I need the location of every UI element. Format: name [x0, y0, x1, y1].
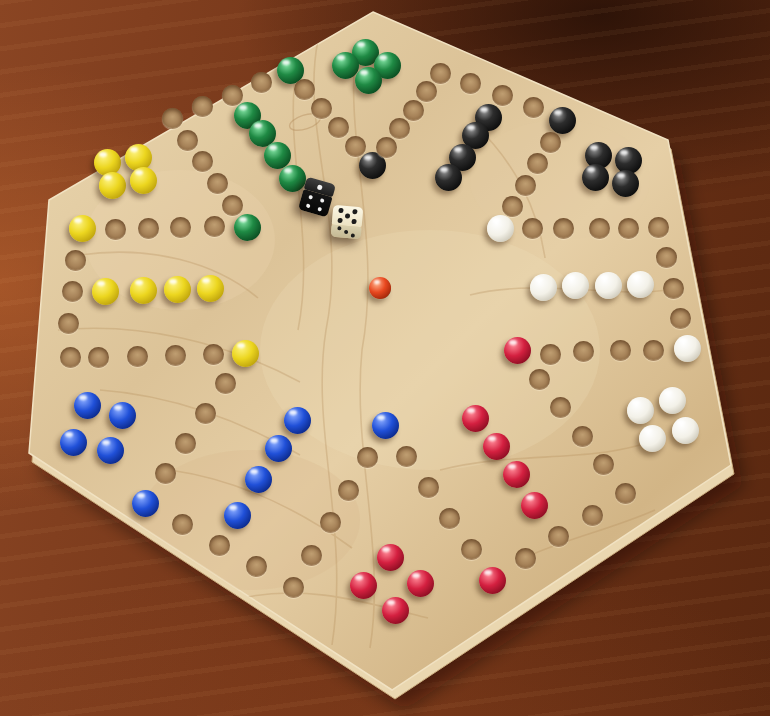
marble-blue-red-spike-apex[interactable]: [372, 412, 399, 439]
hole-blue-spike-a-4[interactable]: [155, 463, 176, 484]
marble-white-white-start-2[interactable]: [659, 387, 686, 414]
marble-yellow-yellow-start-4[interactable]: [130, 167, 157, 194]
marble-white-white-start-3[interactable]: [639, 425, 666, 452]
marble-yellow-yellow-start-2[interactable]: [125, 144, 152, 171]
marble-red-red-start-3[interactable]: [407, 570, 434, 597]
marble-red-red-start-2[interactable]: [350, 572, 377, 599]
hole-blue-spike-b-3[interactable]: [127, 346, 148, 367]
hole-yellow-edge-3[interactable]: [62, 281, 83, 302]
die-pip: [337, 227, 341, 231]
marble-red-red-start-1[interactable]: [377, 544, 404, 571]
hole-blue-spike-a-3[interactable]: [175, 433, 196, 454]
hole-yellow-spike-b-1[interactable]: [204, 216, 225, 237]
hole-red-spike-a-2[interactable]: [439, 508, 460, 529]
marble-black-black-start-4[interactable]: [612, 170, 639, 197]
hole-white-spike-a-1[interactable]: [643, 340, 664, 361]
die-pip: [320, 198, 325, 203]
marble-blue-blue-home-1[interactable]: [224, 502, 251, 529]
hole-white-spike-a-2[interactable]: [610, 340, 631, 361]
hole-white-spike-b-4[interactable]: [593, 454, 614, 475]
hole-white-spike-b-3[interactable]: [572, 426, 593, 447]
hole-yellow-spike-a-3[interactable]: [207, 173, 228, 194]
marble-red-red-edge-1[interactable]: [479, 567, 506, 594]
hole-black-spike-b-1[interactable]: [522, 218, 543, 239]
hole-black-edge-2[interactable]: [460, 73, 481, 94]
marble-white-white-edge-5[interactable]: [674, 335, 701, 362]
hole-black-spike-b-4[interactable]: [618, 218, 639, 239]
marble-white-white-start-4[interactable]: [672, 417, 699, 444]
marble-yellow-yellow-home-4[interactable]: [197, 275, 224, 302]
hole-green-spike-a-1[interactable]: [294, 79, 315, 100]
ivory-die-die-front-face-3: [331, 225, 362, 240]
hole-green-edge-1[interactable]: [162, 108, 183, 129]
hole-yellow-spike-a-2[interactable]: [192, 151, 213, 172]
hole-white-edge-2[interactable]: [656, 247, 677, 268]
hole-blue-edge-3[interactable]: [209, 535, 230, 556]
hole-red-edge-2[interactable]: [515, 548, 536, 569]
marble-black-black-home-4[interactable]: [435, 164, 462, 191]
marble-red-red-home-2[interactable]: [503, 461, 530, 488]
hole-yellow-spike-b-3[interactable]: [138, 218, 159, 239]
hole-white-spike-b-2[interactable]: [550, 397, 571, 418]
hole-yellow-edge-5[interactable]: [60, 347, 81, 368]
hole-red-edge-5[interactable]: [615, 483, 636, 504]
hole-red-edge-4[interactable]: [582, 505, 603, 526]
marble-white-white-home-1[interactable]: [627, 271, 654, 298]
marble-yellow-yellow-edge-1[interactable]: [69, 215, 96, 242]
marble-yellow-yellow-start-3[interactable]: [99, 172, 126, 199]
hole-green-spike-a-4[interactable]: [345, 136, 366, 157]
hole-black-spike-a-2[interactable]: [527, 153, 548, 174]
hole-green-spike-b-1[interactable]: [376, 137, 397, 158]
marble-white-white-home-4[interactable]: [530, 274, 557, 301]
hole-yellow-spike-b-2[interactable]: [170, 217, 191, 238]
hole-red-spike-b-2[interactable]: [338, 480, 359, 501]
die-pip: [351, 219, 356, 224]
board-layer: [0, 0, 770, 716]
die-pip: [351, 233, 355, 237]
hole-red-spike-b-3[interactable]: [320, 512, 341, 533]
hole-green-spike-b-4[interactable]: [416, 81, 437, 102]
hole-blue-edge-5[interactable]: [283, 577, 304, 598]
die-pip: [345, 213, 350, 218]
hole-black-spike-b-3[interactable]: [589, 218, 610, 239]
marble-yellow-yellow-home-1[interactable]: [92, 278, 119, 305]
die-pip: [317, 206, 322, 211]
hole-white-edge-3[interactable]: [663, 278, 684, 299]
ivory-die[interactable]: [331, 205, 364, 239]
marble-yellow-yellow-start-1[interactable]: [94, 149, 121, 176]
hole-white-spike-a-3[interactable]: [573, 341, 594, 362]
marble-red-red-home-3[interactable]: [483, 433, 510, 460]
hole-black-spike-b-2[interactable]: [553, 218, 574, 239]
marble-yellow-yellow-home-2[interactable]: [130, 277, 157, 304]
hole-yellow-spike-a-1[interactable]: [177, 130, 198, 151]
marble-blue-blue-start-3[interactable]: [60, 429, 87, 456]
marble-yellow-yellow-home-3[interactable]: [164, 276, 191, 303]
marble-blue-blue-home-4[interactable]: [284, 407, 311, 434]
hole-blue-spike-b-1[interactable]: [203, 344, 224, 365]
marble-green-green-home-4[interactable]: [279, 165, 306, 192]
hole-white-spike-a-4[interactable]: [540, 344, 561, 365]
hole-yellow-edge-2[interactable]: [65, 250, 86, 271]
hole-red-spike-a-1[interactable]: [461, 539, 482, 560]
hole-black-edge-4[interactable]: [523, 97, 544, 118]
hole-green-spike-a-2[interactable]: [311, 98, 332, 119]
hole-black-edge-3[interactable]: [492, 85, 513, 106]
marble-green-green-start-2[interactable]: [332, 52, 359, 79]
marble-red-white-spike-apex[interactable]: [504, 337, 531, 364]
marble-white-black-spike-apex[interactable]: [487, 215, 514, 242]
hole-yellow-spike-b-4[interactable]: [105, 219, 126, 240]
marble-red-red-home-1[interactable]: [521, 492, 548, 519]
marble-blue-blue-start-1[interactable]: [74, 392, 101, 419]
die-pip: [339, 208, 344, 213]
hole-black-spike-a-1[interactable]: [540, 132, 561, 153]
marble-green-green-start-4[interactable]: [355, 67, 382, 94]
marble-orange-red-center[interactable]: [369, 277, 391, 299]
marble-white-white-home-2[interactable]: [595, 272, 622, 299]
die-pip: [317, 184, 323, 190]
marble-blue-blue-start-2[interactable]: [109, 402, 136, 429]
marble-green-green-home-3[interactable]: [264, 142, 291, 169]
hole-blue-edge-4[interactable]: [246, 556, 267, 577]
hole-green-edge-2[interactable]: [192, 96, 213, 117]
hole-black-spike-a-3[interactable]: [515, 175, 536, 196]
marble-blue-blue-home-3[interactable]: [265, 435, 292, 462]
hole-red-spike-a-3[interactable]: [418, 477, 439, 498]
hole-red-spike-b-1[interactable]: [357, 447, 378, 468]
hole-black-spike-a-4[interactable]: [502, 196, 523, 217]
ivory-die-die-top-face-5: [332, 205, 364, 228]
hole-green-edge-3[interactable]: [222, 85, 243, 106]
hole-white-spike-b-1[interactable]: [529, 369, 550, 390]
marble-red-red-start-4[interactable]: [382, 597, 409, 624]
table-surface: [0, 0, 770, 716]
die-pip: [344, 230, 348, 234]
marble-black-black-edge-5[interactable]: [549, 107, 576, 134]
hole-blue-spike-a-2[interactable]: [195, 403, 216, 424]
hole-red-spike-a-4[interactable]: [396, 446, 417, 467]
marble-white-white-home-3[interactable]: [562, 272, 589, 299]
marble-red-red-home-4[interactable]: [462, 405, 489, 432]
marble-green-yellow-spike-apex[interactable]: [234, 214, 261, 241]
hole-blue-spike-b-2[interactable]: [165, 345, 186, 366]
hole-red-spike-b-4[interactable]: [301, 545, 322, 566]
marble-yellow-blue-spike-apex[interactable]: [232, 340, 259, 367]
hole-white-edge-4[interactable]: [670, 308, 691, 329]
die-pip: [308, 195, 313, 200]
die-pip: [338, 218, 343, 223]
hole-green-edge-4[interactable]: [251, 72, 272, 93]
marble-blue-blue-start-4[interactable]: [97, 437, 124, 464]
hole-blue-spike-a-1[interactable]: [215, 373, 236, 394]
die-pip: [306, 203, 311, 208]
marble-black-black-start-3[interactable]: [582, 164, 609, 191]
die-pip: [352, 209, 357, 214]
hole-red-edge-3[interactable]: [548, 526, 569, 547]
hole-black-edge-1[interactable]: [430, 63, 451, 84]
hole-green-spike-a-3[interactable]: [328, 117, 349, 138]
hole-green-spike-b-3[interactable]: [403, 100, 424, 121]
hole-blue-edge-2[interactable]: [172, 514, 193, 535]
hole-yellow-edge-4[interactable]: [58, 313, 79, 334]
hole-yellow-spike-a-4[interactable]: [222, 195, 243, 216]
marble-blue-blue-edge-1[interactable]: [132, 490, 159, 517]
marble-blue-blue-home-2[interactable]: [245, 466, 272, 493]
hole-white-edge-1[interactable]: [648, 217, 669, 238]
marble-white-white-start-1[interactable]: [627, 397, 654, 424]
hole-green-spike-b-2[interactable]: [389, 118, 410, 139]
hole-blue-spike-b-4[interactable]: [88, 347, 109, 368]
